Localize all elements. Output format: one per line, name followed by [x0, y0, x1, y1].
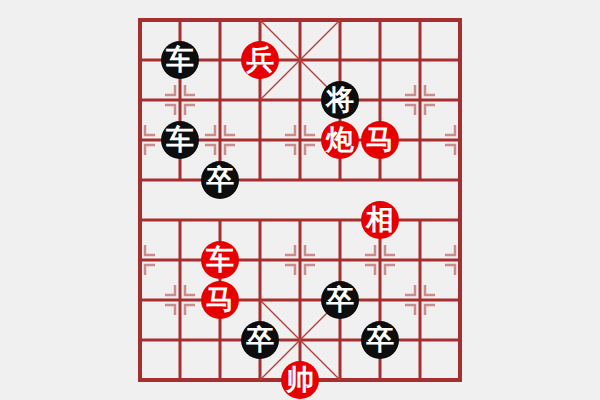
piece-black-general[interactable]: 将 — [321, 81, 359, 119]
piece-black-chariot[interactable]: 车 — [161, 41, 199, 79]
piece-black-soldier[interactable]: 卒 — [201, 161, 239, 199]
piece-red-elephant[interactable]: 相 — [361, 201, 399, 239]
piece-red-horse[interactable]: 马 — [201, 281, 239, 319]
piece-black-soldier[interactable]: 卒 — [361, 321, 399, 359]
piece-red-horse[interactable]: 马 — [361, 121, 399, 159]
piece-black-chariot[interactable]: 车 — [161, 121, 199, 159]
pieces-layer: 车兵将车炮马卒相车马卒卒卒帅 — [120, 0, 480, 400]
piece-red-cannon[interactable]: 炮 — [321, 121, 359, 159]
piece-red-soldier[interactable]: 兵 — [241, 41, 279, 79]
piece-black-soldier[interactable]: 卒 — [321, 281, 359, 319]
piece-red-marshal[interactable]: 帅 — [281, 361, 319, 399]
piece-black-soldier[interactable]: 卒 — [241, 321, 279, 359]
xiangqi-board: 车兵将车炮马卒相车马卒卒卒帅 — [0, 0, 600, 400]
piece-red-chariot[interactable]: 车 — [201, 241, 239, 279]
